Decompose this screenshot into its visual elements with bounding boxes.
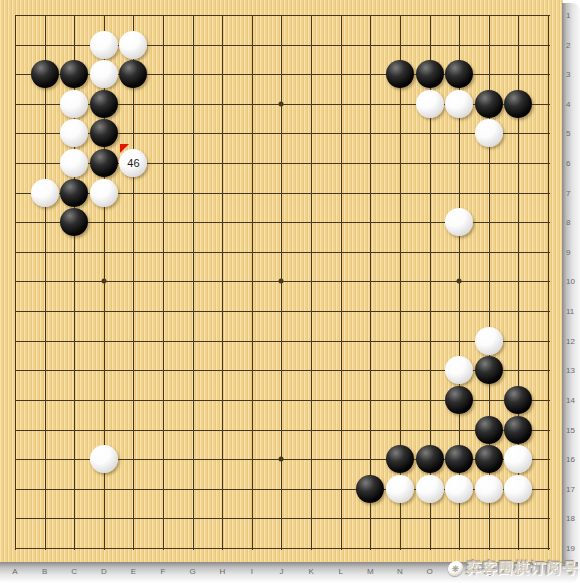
stone-black-D5[interactable]	[90, 119, 118, 147]
stone-black-R15[interactable]	[504, 416, 532, 444]
stone-black-Q13[interactable]	[475, 356, 503, 384]
row-label-17: 17	[566, 484, 575, 493]
stone-black-D6[interactable]	[90, 149, 118, 177]
watermark: ❋ 弈客围棋订阅号	[447, 559, 579, 578]
go-app-screen: 46 ❋ 弈客围棋订阅号 123456789101112131415161718…	[0, 0, 580, 583]
stone-white-P4[interactable]	[445, 90, 473, 118]
stone-white-D3[interactable]	[90, 60, 118, 88]
stone-black-N3[interactable]	[386, 60, 414, 88]
stone-white-B7[interactable]	[31, 179, 59, 207]
star-point	[279, 457, 284, 462]
stone-white-C5[interactable]	[60, 119, 88, 147]
stone-white-C6[interactable]	[60, 149, 88, 177]
row-label-11: 11	[566, 307, 574, 316]
stone-black-C8[interactable]	[60, 208, 88, 236]
stone-white-E2[interactable]	[119, 31, 147, 59]
stone-white-P8[interactable]	[445, 208, 473, 236]
watermark-logo-icon: ❋	[447, 561, 464, 576]
col-label-L: L	[338, 567, 342, 576]
stone-white-Q12[interactable]	[475, 327, 503, 355]
watermark-text: 弈客围棋订阅号	[465, 559, 579, 578]
stone-white-Q17[interactable]	[475, 475, 503, 503]
row-label-15: 15	[566, 425, 575, 434]
stone-white-N17[interactable]	[386, 475, 414, 503]
stone-black-Q4[interactable]	[475, 90, 503, 118]
star-point	[101, 279, 106, 284]
col-label-M: M	[367, 567, 374, 576]
stone-white-E6[interactable]: 46	[119, 149, 147, 177]
col-label-A: A	[12, 567, 17, 576]
stone-black-C3[interactable]	[60, 60, 88, 88]
stone-black-O16[interactable]	[416, 445, 444, 473]
row-label-13: 13	[566, 366, 575, 375]
stone-black-Q16[interactable]	[475, 445, 503, 473]
stone-white-P13[interactable]	[445, 356, 473, 384]
stone-black-B3[interactable]	[31, 60, 59, 88]
stone-black-Q15[interactable]	[475, 416, 503, 444]
stone-white-O17[interactable]	[416, 475, 444, 503]
col-label-F: F	[161, 567, 166, 576]
stone-white-O4[interactable]	[416, 90, 444, 118]
row-label-9: 9	[566, 247, 570, 256]
stone-black-C7[interactable]	[60, 179, 88, 207]
col-label-K: K	[308, 567, 313, 576]
move-number-label: 46	[127, 158, 139, 169]
star-point	[457, 279, 462, 284]
row-label-5: 5	[566, 129, 570, 138]
stone-black-R14[interactable]	[504, 386, 532, 414]
stone-black-P16[interactable]	[445, 445, 473, 473]
stone-white-C4[interactable]	[60, 90, 88, 118]
last-move-marker-icon	[120, 144, 129, 153]
row-label-1: 1	[566, 11, 570, 20]
col-label-H: H	[219, 567, 225, 576]
stone-white-Q5[interactable]	[475, 119, 503, 147]
col-label-N: N	[397, 567, 403, 576]
row-label-6: 6	[566, 159, 570, 168]
stone-black-R4[interactable]	[504, 90, 532, 118]
stone-white-D2[interactable]	[90, 31, 118, 59]
stone-white-D7[interactable]	[90, 179, 118, 207]
col-label-O: O	[426, 567, 432, 576]
row-label-10: 10	[566, 277, 575, 286]
row-label-19: 19	[566, 543, 575, 552]
stone-white-D16[interactable]	[90, 445, 118, 473]
col-label-G: G	[190, 567, 196, 576]
stone-black-P14[interactable]	[445, 386, 473, 414]
col-label-E: E	[131, 567, 136, 576]
go-board[interactable]: 46	[0, 0, 563, 563]
row-label-18: 18	[566, 514, 575, 523]
stone-white-R17[interactable]	[504, 475, 532, 503]
row-label-8: 8	[566, 218, 570, 227]
row-label-7: 7	[566, 188, 570, 197]
stone-white-R16[interactable]	[504, 445, 532, 473]
row-label-3: 3	[566, 70, 570, 79]
stone-black-P3[interactable]	[445, 60, 473, 88]
stone-black-N16[interactable]	[386, 445, 414, 473]
stone-black-E3[interactable]	[119, 60, 147, 88]
star-point	[279, 279, 284, 284]
row-label-12: 12	[566, 336, 575, 345]
row-label-4: 4	[566, 99, 570, 108]
stone-black-D4[interactable]	[90, 90, 118, 118]
col-label-C: C	[71, 567, 77, 576]
col-label-I: I	[251, 567, 253, 576]
stone-white-P17[interactable]	[445, 475, 473, 503]
stone-black-O3[interactable]	[416, 60, 444, 88]
col-label-B: B	[42, 567, 47, 576]
stone-black-M17[interactable]	[356, 475, 384, 503]
star-point	[279, 101, 284, 106]
row-label-16: 16	[566, 455, 575, 464]
row-label-14: 14	[566, 395, 575, 404]
col-label-D: D	[101, 567, 107, 576]
row-label-2: 2	[566, 40, 570, 49]
col-label-J: J	[279, 567, 283, 576]
